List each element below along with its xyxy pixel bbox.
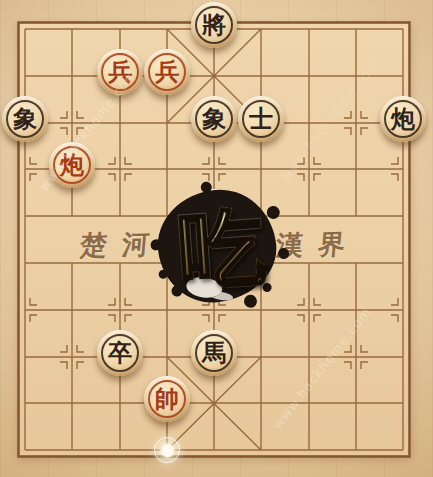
piece-glyph: 士 [249, 107, 273, 131]
black-elephant[interactable]: 象 [191, 96, 237, 142]
piece-ring [6, 100, 44, 138]
piece-glyph: 象 [13, 107, 37, 131]
piece-ring [384, 100, 422, 138]
piece-ring [101, 334, 139, 372]
board-grid[interactable] [0, 0, 433, 477]
piece-ring [148, 53, 186, 91]
piece-ring [195, 100, 233, 138]
piece-ring [148, 380, 186, 418]
black-horse[interactable]: 馬 [191, 330, 237, 376]
black-elephant[interactable]: 象 [2, 96, 48, 142]
piece-ring [53, 146, 91, 184]
black-general[interactable]: 將 [191, 2, 237, 48]
piece-ring [195, 6, 233, 44]
piece-glyph: 兵 [155, 60, 179, 84]
piece-ring [195, 334, 233, 372]
black-soldier[interactable]: 卒 [97, 330, 143, 376]
piece-glyph: 象 [202, 107, 226, 131]
red-soldier[interactable]: 兵 [97, 49, 143, 95]
piece-glyph: 馬 [202, 341, 226, 365]
xiangqi-game-screen: 楚河 漢界 www.hackhome.com www.hackhome.com … [0, 0, 433, 477]
move-indicator-dot [160, 443, 175, 458]
piece-ring [242, 100, 280, 138]
piece-glyph: 炮 [60, 153, 84, 177]
black-cannon[interactable]: 炮 [380, 96, 426, 142]
piece-glyph: 帥 [155, 387, 179, 411]
red-soldier[interactable]: 兵 [191, 189, 237, 235]
red-general[interactable]: 帥 [144, 376, 190, 422]
piece-glyph: 兵 [202, 200, 226, 224]
black-advisor[interactable]: 士 [238, 96, 284, 142]
piece-ring [101, 53, 139, 91]
piece-ring [195, 193, 233, 231]
piece-glyph: 兵 [108, 60, 132, 84]
piece-glyph: 炮 [391, 107, 415, 131]
red-soldier[interactable]: 兵 [144, 49, 190, 95]
piece-glyph: 卒 [108, 341, 132, 365]
red-cannon[interactable]: 炮 [49, 142, 95, 188]
piece-glyph: 將 [202, 13, 226, 37]
